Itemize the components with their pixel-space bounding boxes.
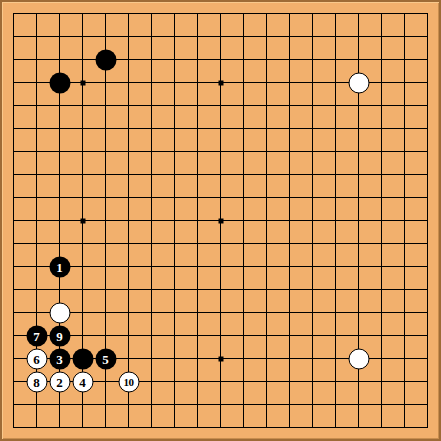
stone-black[interactable]	[49, 72, 70, 93]
move-number: 10	[124, 376, 134, 387]
stone-white[interactable]	[348, 348, 369, 369]
stone-white[interactable]: 2	[49, 371, 70, 392]
goban-grid[interactable]: 12345678910	[2, 2, 439, 439]
stone-black[interactable]: 7	[26, 325, 47, 346]
grid-line-vertical	[289, 13, 291, 429]
stone-white[interactable]	[348, 72, 369, 93]
star-point	[218, 218, 223, 223]
stone-black[interactable]	[95, 49, 116, 70]
grid-line-vertical	[266, 13, 268, 429]
move-number: 7	[33, 329, 40, 342]
move-number: 8	[33, 375, 40, 388]
grid-line-horizontal	[13, 266, 429, 268]
grid-line-vertical	[243, 13, 245, 429]
goban-board[interactable]: 12345678910	[0, 0, 441, 441]
move-number: 3	[56, 352, 63, 365]
grid-line-horizontal	[13, 404, 429, 406]
grid-line-horizontal	[13, 335, 429, 337]
move-number: 1	[56, 260, 63, 273]
move-number: 2	[56, 375, 63, 388]
star-point	[80, 218, 85, 223]
grid-line-vertical	[404, 13, 406, 429]
star-point	[218, 356, 223, 361]
grid-line-vertical	[312, 13, 314, 429]
move-number: 6	[33, 352, 40, 365]
grid-line-horizontal	[13, 427, 429, 429]
stone-black[interactable]: 3	[49, 348, 70, 369]
stone-white[interactable]: 4	[72, 371, 93, 392]
star-point	[80, 80, 85, 85]
stone-black[interactable]: 9	[49, 325, 70, 346]
stone-white[interactable]: 8	[26, 371, 47, 392]
grid-line-vertical	[381, 13, 383, 429]
move-number: 5	[102, 352, 109, 365]
stone-white[interactable]	[49, 302, 70, 323]
grid-line-horizontal	[13, 289, 429, 291]
grid-line-vertical	[427, 13, 429, 429]
stone-black[interactable]: 1	[49, 256, 70, 277]
grid-line-vertical	[335, 13, 337, 429]
stone-white[interactable]: 10	[118, 371, 139, 392]
stone-black[interactable]: 5	[95, 348, 116, 369]
grid-line-horizontal	[13, 312, 429, 314]
stone-white[interactable]: 6	[26, 348, 47, 369]
grid-line-horizontal	[13, 243, 429, 245]
stone-black[interactable]	[72, 348, 93, 369]
star-point	[218, 80, 223, 85]
move-number: 4	[79, 375, 86, 388]
move-number: 9	[56, 329, 63, 342]
